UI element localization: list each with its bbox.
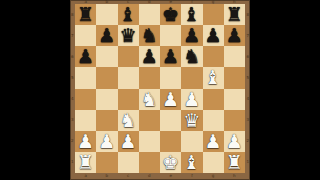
square-e8[interactable]: ♚	[160, 4, 181, 25]
square-g1[interactable]	[203, 152, 224, 173]
square-d4[interactable]: ♞	[139, 89, 160, 110]
white-bishop-piece: ♝	[205, 68, 222, 87]
black-queen-piece: ♛	[120, 26, 137, 45]
file-label-bottom-f: f	[191, 174, 192, 178]
square-b3[interactable]	[96, 110, 117, 131]
file-label-top-a: a	[84, 0, 86, 4]
white-pawn-piece: ♟	[226, 131, 243, 150]
square-b8[interactable]	[96, 4, 117, 25]
square-h1[interactable]: ♜	[224, 152, 245, 173]
square-a1[interactable]: ♜	[75, 152, 96, 173]
square-h4[interactable]	[224, 89, 245, 110]
square-d5[interactable]	[139, 67, 160, 88]
file-label-bottom-a: a	[84, 174, 86, 178]
rank-label-left-8: 8	[71, 13, 74, 17]
square-a8[interactable]: ♜	[75, 4, 96, 25]
square-e5[interactable]	[160, 67, 181, 88]
white-queen-piece: ♛	[183, 110, 200, 129]
square-c3[interactable]: ♞	[118, 110, 139, 131]
square-d1[interactable]	[139, 152, 160, 173]
square-b4[interactable]	[96, 89, 117, 110]
square-b5[interactable]	[96, 67, 117, 88]
file-label-top-d: d	[148, 0, 151, 4]
square-c1[interactable]	[118, 152, 139, 173]
file-label-bottom-c: c	[127, 174, 129, 178]
square-a2[interactable]: ♟	[75, 131, 96, 152]
black-knight-piece: ♞	[141, 26, 158, 45]
square-b7[interactable]: ♟	[96, 25, 117, 46]
square-g8[interactable]	[203, 4, 224, 25]
square-h6[interactable]	[224, 46, 245, 67]
square-e4[interactable]: ♟	[160, 89, 181, 110]
rank-label-right-3: 3	[246, 118, 249, 122]
square-d8[interactable]	[139, 4, 160, 25]
file-label-bottom-d: d	[148, 174, 151, 178]
file-label-bottom-g: g	[212, 174, 215, 178]
square-h2[interactable]: ♟	[224, 131, 245, 152]
black-rook-piece: ♜	[226, 5, 243, 24]
square-b6[interactable]	[96, 46, 117, 67]
black-bishop-piece: ♝	[120, 5, 137, 24]
file-label-top-g: g	[212, 0, 215, 4]
square-a4[interactable]	[75, 89, 96, 110]
square-g7[interactable]: ♟	[203, 25, 224, 46]
square-a7[interactable]	[75, 25, 96, 46]
white-knight-piece: ♞	[120, 110, 137, 129]
square-g5[interactable]: ♝	[203, 67, 224, 88]
rank-label-right-6: 6	[246, 55, 249, 59]
square-a5[interactable]	[75, 67, 96, 88]
square-b2[interactable]: ♟	[96, 131, 117, 152]
white-knight-piece: ♞	[141, 89, 158, 108]
square-a6[interactable]: ♟	[75, 46, 96, 67]
square-d3[interactable]	[139, 110, 160, 131]
square-e2[interactable]	[160, 131, 181, 152]
square-f8[interactable]: ♝	[181, 4, 202, 25]
square-c8[interactable]: ♝	[118, 4, 139, 25]
square-f4[interactable]: ♟	[181, 89, 202, 110]
square-e6[interactable]: ♟	[160, 46, 181, 67]
square-f6[interactable]: ♞	[181, 46, 202, 67]
square-e1[interactable]: ♚	[160, 152, 181, 173]
white-pawn-piece: ♟	[120, 131, 137, 150]
white-pawn-piece: ♟	[77, 131, 94, 150]
rank-label-right-5: 5	[246, 76, 249, 80]
square-d6[interactable]: ♟	[139, 46, 160, 67]
rank-label-left-5: 5	[71, 76, 74, 80]
square-f3[interactable]: ♛	[181, 110, 202, 131]
square-g3[interactable]	[203, 110, 224, 131]
black-pawn-piece: ♟	[162, 47, 179, 66]
rank-label-left-1: 1	[71, 160, 74, 164]
square-g4[interactable]	[203, 89, 224, 110]
board-grid: ♜♝♚♝♜♟♛♞♟♟♟♟♟♟♞♝♞♟♟♞♛♟♟♟♟♟♜♚♝♜	[75, 4, 245, 173]
rank-label-right-2: 2	[246, 139, 249, 143]
square-a3[interactable]	[75, 110, 96, 131]
square-e7[interactable]	[160, 25, 181, 46]
square-h5[interactable]	[224, 67, 245, 88]
file-label-top-b: b	[106, 0, 109, 4]
white-pawn-piece: ♟	[205, 131, 222, 150]
square-g6[interactable]	[203, 46, 224, 67]
black-pawn-piece: ♟	[77, 47, 94, 66]
rank-label-right-4: 4	[246, 97, 249, 101]
file-label-top-e: e	[169, 0, 171, 4]
square-d2[interactable]	[139, 131, 160, 152]
square-e3[interactable]	[160, 110, 181, 131]
black-rook-piece: ♜	[77, 5, 94, 24]
black-pawn-piece: ♟	[141, 47, 158, 66]
black-pawn-piece: ♟	[205, 26, 222, 45]
rank-label-left-3: 3	[71, 118, 74, 122]
white-rook-piece: ♜	[226, 152, 243, 171]
square-h7[interactable]: ♟	[224, 25, 245, 46]
square-h3[interactable]	[224, 110, 245, 131]
black-pawn-piece: ♟	[226, 26, 243, 45]
rank-label-left-2: 2	[71, 139, 74, 143]
white-rook-piece: ♜	[77, 152, 94, 171]
black-pawn-piece: ♟	[98, 26, 115, 45]
white-pawn-piece: ♟	[98, 131, 115, 150]
video-frame: ♜♝♚♝♜♟♛♞♟♟♟♟♟♟♞♝♞♟♟♞♛♟♟♟♟♟♜♚♝♜ aabbccdde…	[0, 0, 320, 180]
square-b1[interactable]	[96, 152, 117, 173]
rank-label-left-6: 6	[71, 55, 74, 59]
file-label-top-f: f	[191, 0, 192, 4]
file-label-top-c: c	[127, 0, 129, 4]
rank-label-left-7: 7	[71, 34, 74, 38]
square-c5[interactable]	[118, 67, 139, 88]
square-f7[interactable]: ♟	[181, 25, 202, 46]
square-f2[interactable]	[181, 131, 202, 152]
white-pawn-piece: ♟	[183, 89, 200, 108]
black-knight-piece: ♞	[183, 47, 200, 66]
square-h8[interactable]: ♜	[224, 4, 245, 25]
white-pawn-piece: ♟	[162, 89, 179, 108]
rank-label-right-7: 7	[246, 34, 249, 38]
black-pawn-piece: ♟	[183, 26, 200, 45]
square-d7[interactable]: ♞	[139, 25, 160, 46]
square-c6[interactable]	[118, 46, 139, 67]
black-king-piece: ♚	[162, 5, 179, 24]
white-bishop-piece: ♝	[183, 152, 200, 171]
file-label-top-h: h	[233, 0, 236, 4]
black-bishop-piece: ♝	[183, 5, 200, 24]
chess-board: ♜♝♚♝♜♟♛♞♟♟♟♟♟♟♞♝♞♟♟♞♛♟♟♟♟♟♜♚♝♜ aabbccdde…	[70, 0, 250, 180]
square-f1[interactable]: ♝	[181, 152, 202, 173]
file-label-bottom-e: e	[169, 174, 171, 178]
square-c7[interactable]: ♛	[118, 25, 139, 46]
square-g2[interactable]: ♟	[203, 131, 224, 152]
rank-label-right-8: 8	[246, 13, 249, 17]
square-c2[interactable]: ♟	[118, 131, 139, 152]
square-c4[interactable]	[118, 89, 139, 110]
white-king-piece: ♚	[162, 152, 179, 171]
file-label-bottom-b: b	[106, 174, 109, 178]
rank-label-right-1: 1	[246, 160, 249, 164]
square-f5[interactable]	[181, 67, 202, 88]
file-label-bottom-h: h	[233, 174, 236, 178]
rank-label-left-4: 4	[71, 97, 74, 101]
